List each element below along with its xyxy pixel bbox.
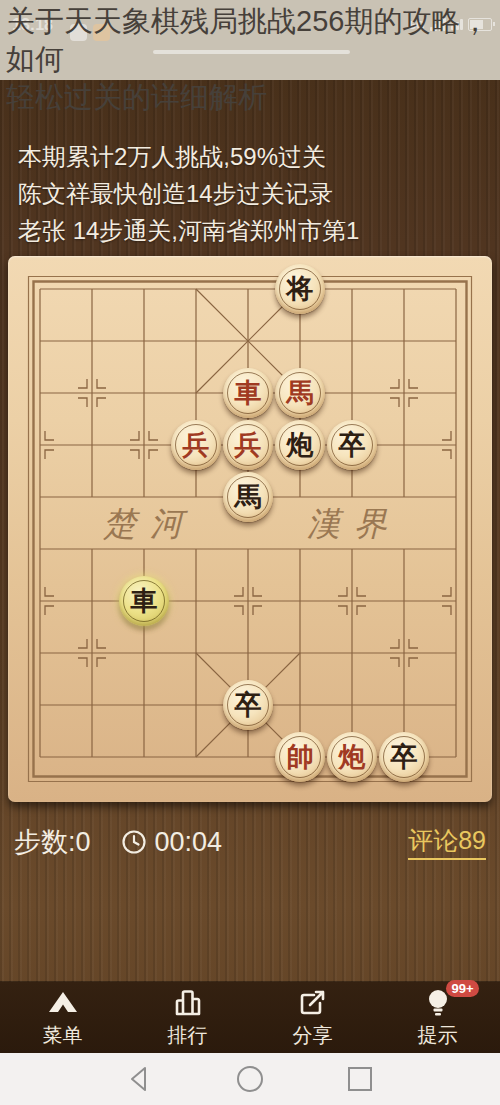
page-title-line1: 关于天天象棋残局挑战256期的攻略，如何 bbox=[6, 2, 496, 78]
piece-glyph: 将 bbox=[287, 275, 314, 302]
board-grid[interactable]: 将車馬兵兵炮卒馬車卒帥炮卒 bbox=[14, 263, 482, 783]
xiangqi-board[interactable]: 楚河漢界 将車馬兵兵炮卒馬車卒帥炮卒 bbox=[8, 256, 492, 802]
android-nav-bar bbox=[0, 1053, 500, 1105]
piece-glyph: 馬 bbox=[287, 379, 314, 406]
piece-glyph: 車 bbox=[235, 379, 262, 406]
share-icon bbox=[296, 986, 330, 1020]
stats-line-record: 陈文祥最快创造14步过关记录 bbox=[18, 175, 359, 212]
black-piece-炮[interactable]: 炮 bbox=[275, 420, 325, 470]
black-piece-将[interactable]: 将 bbox=[275, 264, 325, 314]
piece-glyph: 車 bbox=[131, 587, 158, 614]
nav-item-hint[interactable]: 99+ 提示 bbox=[375, 982, 500, 1053]
black-piece-卒[interactable]: 卒 bbox=[223, 680, 273, 730]
nav-label-hint: 提示 bbox=[418, 1022, 458, 1049]
game-status-row: 步数:0 00:04 评论89 bbox=[0, 818, 500, 866]
page-title: 关于天天象棋残局挑战256期的攻略，如何 轻松过关的详细解析 bbox=[6, 2, 496, 116]
comments-button[interactable]: 评论89 bbox=[408, 824, 486, 860]
title-bar: 13:18 5G 关于天天象棋残局挑战256期的攻略，如何 轻松过关的详细解析 bbox=[0, 0, 500, 80]
piece-glyph: 兵 bbox=[235, 431, 262, 458]
ranking-icon bbox=[171, 986, 205, 1020]
android-recents-button[interactable] bbox=[344, 1063, 376, 1095]
challenge-stats: 本期累计2万人挑战,59%过关 陈文祥最快创造14步过关记录 老张 14步通关,… bbox=[18, 138, 359, 249]
stats-line-leader: 老张 14步通关,河南省郑州市第1 bbox=[18, 212, 359, 249]
nav-item-ranking[interactable]: 排行 bbox=[125, 982, 250, 1053]
hint-badge: 99+ bbox=[446, 980, 478, 997]
red-piece-帥[interactable]: 帥 bbox=[275, 732, 325, 782]
page-title-line2: 轻松过关的详细解析 bbox=[6, 78, 496, 116]
nav-item-share[interactable]: 分享 bbox=[250, 982, 375, 1053]
android-home-button[interactable] bbox=[234, 1063, 266, 1095]
black-piece-卒[interactable]: 卒 bbox=[327, 420, 377, 470]
red-piece-馬[interactable]: 馬 bbox=[275, 368, 325, 418]
clock-icon bbox=[121, 829, 147, 855]
nav-label-share: 分享 bbox=[293, 1022, 333, 1049]
red-piece-兵[interactable]: 兵 bbox=[223, 420, 273, 470]
piece-glyph: 卒 bbox=[235, 691, 262, 718]
timer-value: 00:04 bbox=[155, 827, 223, 858]
red-piece-兵[interactable]: 兵 bbox=[171, 420, 221, 470]
stats-line-total: 本期累计2万人挑战,59%过关 bbox=[18, 138, 359, 175]
status-pill-strip bbox=[153, 50, 350, 54]
black-piece-卒[interactable]: 卒 bbox=[379, 732, 429, 782]
menu-icon bbox=[46, 986, 80, 1020]
piece-glyph: 卒 bbox=[339, 431, 366, 458]
bottom-nav-bar: 菜单 排行 分享 bbox=[0, 982, 500, 1053]
step-counter: 步数:0 bbox=[14, 824, 91, 860]
nav-label-ranking: 排行 bbox=[168, 1022, 208, 1049]
piece-glyph: 馬 bbox=[235, 483, 262, 510]
app-screen: 13:18 5G 关于天天象棋残局挑战256期的攻略，如何 轻松过关的详细解析 … bbox=[0, 0, 500, 1105]
piece-glyph: 帥 bbox=[287, 743, 314, 770]
red-piece-炮[interactable]: 炮 bbox=[327, 732, 377, 782]
selected-black-piece-車[interactable]: 車 bbox=[119, 576, 169, 626]
hint-icon: 99+ bbox=[421, 986, 455, 1020]
android-back-button[interactable] bbox=[124, 1063, 156, 1095]
piece-glyph: 炮 bbox=[287, 431, 314, 458]
piece-glyph: 炮 bbox=[339, 743, 366, 770]
black-piece-馬[interactable]: 馬 bbox=[223, 472, 273, 522]
piece-glyph: 卒 bbox=[391, 743, 418, 770]
red-piece-車[interactable]: 車 bbox=[223, 368, 273, 418]
nav-item-menu[interactable]: 菜单 bbox=[0, 982, 125, 1053]
nav-label-menu: 菜单 bbox=[43, 1022, 83, 1049]
piece-glyph: 兵 bbox=[183, 431, 210, 458]
